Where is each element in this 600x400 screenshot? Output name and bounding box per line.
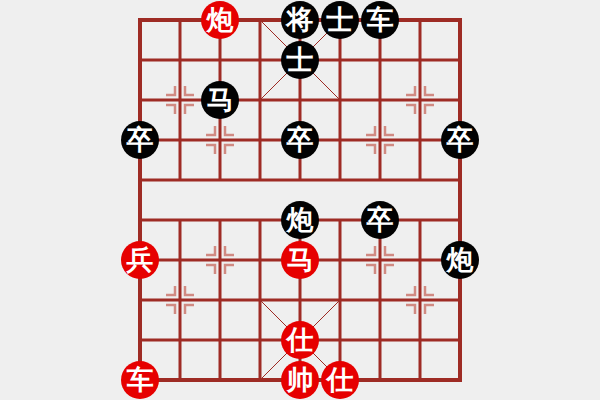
- piece-black-advisor[interactable]: 士: [281, 41, 319, 79]
- piece-red-advisor[interactable]: 仕: [281, 321, 319, 359]
- piece-red-chariot[interactable]: 车: [121, 361, 159, 399]
- pieces-layer: 炮将士车士马卒卒卒炮卒兵马炮仕车帅仕: [120, 0, 480, 400]
- piece-black-soldier[interactable]: 卒: [121, 121, 159, 159]
- piece-red-advisor[interactable]: 仕: [321, 361, 359, 399]
- piece-red-horse[interactable]: 马: [281, 241, 319, 279]
- piece-black-soldier[interactable]: 卒: [281, 121, 319, 159]
- piece-black-soldier[interactable]: 卒: [441, 121, 479, 159]
- piece-black-horse[interactable]: 马: [201, 81, 239, 119]
- piece-black-advisor[interactable]: 士: [321, 1, 359, 39]
- piece-red-cannon[interactable]: 炮: [201, 1, 239, 39]
- piece-red-soldier[interactable]: 兵: [121, 241, 159, 279]
- piece-black-general[interactable]: 将: [281, 1, 319, 39]
- piece-black-cannon[interactable]: 炮: [281, 201, 319, 239]
- piece-red-general[interactable]: 帅: [281, 361, 319, 399]
- piece-black-soldier[interactable]: 卒: [361, 201, 399, 239]
- piece-black-chariot[interactable]: 车: [361, 1, 399, 39]
- xiangqi-board: 炮将士车士马卒卒卒炮卒兵马炮仕车帅仕: [0, 0, 600, 400]
- piece-black-cannon[interactable]: 炮: [441, 241, 479, 279]
